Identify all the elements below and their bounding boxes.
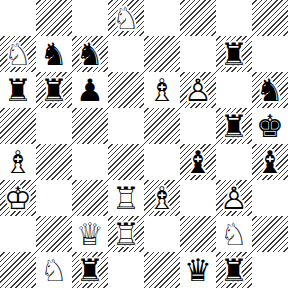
square-a7[interactable]: ♞♘ <box>0 36 36 72</box>
square-f2[interactable] <box>180 216 216 252</box>
square-e7[interactable] <box>144 36 180 72</box>
square-h3[interactable] <box>252 180 288 216</box>
square-e3[interactable]: ♝♗ <box>144 180 180 216</box>
black-queen-f1: ♛ <box>180 252 216 288</box>
black-king-h5: ♚ <box>252 108 288 144</box>
square-a8[interactable] <box>0 0 36 36</box>
white-rook-d2: ♖ <box>108 216 144 252</box>
white-bishop-mask-e3: ♝ <box>144 180 180 216</box>
white-king-a3: ♔ <box>0 180 36 216</box>
black-bishop-mask-f4: ♝ <box>180 144 216 180</box>
black-rook-b6: ♜ <box>36 72 72 108</box>
square-d1[interactable] <box>108 252 144 288</box>
square-a5[interactable] <box>0 108 36 144</box>
square-e5[interactable] <box>144 108 180 144</box>
white-king-mask-a3: ♚ <box>0 180 36 216</box>
square-g1[interactable]: ♜♜ <box>216 252 252 288</box>
square-g7[interactable]: ♜♜ <box>216 36 252 72</box>
white-knight-b1: ♘ <box>36 252 72 288</box>
square-f6[interactable]: ♟♙ <box>180 72 216 108</box>
square-b5[interactable] <box>36 108 72 144</box>
square-f3[interactable] <box>180 180 216 216</box>
white-knight-g2: ♘ <box>216 216 252 252</box>
black-rook-mask-g1: ♜ <box>216 252 252 288</box>
black-knight-mask-h6: ♞ <box>252 72 288 108</box>
square-a3[interactable]: ♚♔ <box>0 180 36 216</box>
square-b1[interactable]: ♞♘ <box>36 252 72 288</box>
square-c6[interactable]: ♟♟ <box>72 72 108 108</box>
square-c3[interactable] <box>72 180 108 216</box>
square-f7[interactable] <box>180 36 216 72</box>
white-knight-mask-a7: ♞ <box>0 36 36 72</box>
square-d7[interactable] <box>108 36 144 72</box>
square-c8[interactable] <box>72 0 108 36</box>
square-e6[interactable]: ♝♗ <box>144 72 180 108</box>
square-g8[interactable] <box>216 0 252 36</box>
white-queen-c2: ♕ <box>72 216 108 252</box>
black-rook-a6: ♜ <box>0 72 36 108</box>
black-knight-mask-c7: ♞ <box>72 36 108 72</box>
square-b7[interactable]: ♞♞ <box>36 36 72 72</box>
white-bishop-a4: ♗ <box>0 144 36 180</box>
square-d6[interactable] <box>108 72 144 108</box>
square-g3[interactable]: ♟♙ <box>216 180 252 216</box>
white-bishop-mask-a4: ♝ <box>0 144 36 180</box>
white-knight-a7: ♘ <box>0 36 36 72</box>
square-h1[interactable] <box>252 252 288 288</box>
square-f5[interactable] <box>180 108 216 144</box>
square-e8[interactable] <box>144 0 180 36</box>
square-g4[interactable] <box>216 144 252 180</box>
black-queen-mask-f1: ♛ <box>180 252 216 288</box>
black-knight-b7: ♞ <box>36 36 72 72</box>
black-rook-mask-b6: ♜ <box>36 72 72 108</box>
black-knight-h6: ♞ <box>252 72 288 108</box>
square-h2[interactable] <box>252 216 288 252</box>
square-h7[interactable] <box>252 36 288 72</box>
black-rook-g1: ♜ <box>216 252 252 288</box>
square-b2[interactable] <box>36 216 72 252</box>
square-c7[interactable]: ♞♞ <box>72 36 108 72</box>
square-a2[interactable] <box>0 216 36 252</box>
square-h4[interactable]: ♝♝ <box>252 144 288 180</box>
black-king-mask-h5: ♚ <box>252 108 288 144</box>
square-d2[interactable]: ♜♖ <box>108 216 144 252</box>
black-rook-mask-a6: ♜ <box>0 72 36 108</box>
white-knight-mask-g2: ♞ <box>216 216 252 252</box>
square-c5[interactable] <box>72 108 108 144</box>
black-rook-mask-c1: ♜ <box>72 252 108 288</box>
square-f8[interactable] <box>180 0 216 36</box>
square-b3[interactable] <box>36 180 72 216</box>
black-rook-c1: ♜ <box>72 252 108 288</box>
black-bishop-f4: ♝ <box>180 144 216 180</box>
square-h8[interactable] <box>252 0 288 36</box>
square-b8[interactable] <box>36 0 72 36</box>
square-d4[interactable] <box>108 144 144 180</box>
white-knight-d8: ♘ <box>108 0 144 36</box>
square-d5[interactable] <box>108 108 144 144</box>
black-bishop-h4: ♝ <box>252 144 288 180</box>
square-a4[interactable]: ♝♗ <box>0 144 36 180</box>
square-e4[interactable] <box>144 144 180 180</box>
square-g6[interactable] <box>216 72 252 108</box>
square-d8[interactable]: ♞♘ <box>108 0 144 36</box>
square-c4[interactable] <box>72 144 108 180</box>
square-e1[interactable] <box>144 252 180 288</box>
square-a6[interactable]: ♜♜ <box>0 72 36 108</box>
white-rook-mask-d2: ♜ <box>108 216 144 252</box>
black-pawn-c6: ♟ <box>72 72 108 108</box>
square-a1[interactable] <box>0 252 36 288</box>
white-rook-mask-d3: ♜ <box>108 180 144 216</box>
square-g2[interactable]: ♞♘ <box>216 216 252 252</box>
square-b4[interactable] <box>36 144 72 180</box>
square-f1[interactable]: ♛♛ <box>180 252 216 288</box>
white-pawn-g3: ♙ <box>216 180 252 216</box>
square-c1[interactable]: ♜♜ <box>72 252 108 288</box>
white-rook-d3: ♖ <box>108 180 144 216</box>
chess-board: ♞♘♞♘♞♞♞♞♜♜♜♜♜♜♟♟♝♗♟♙♞♞♜♜♚♚♝♗♝♝♝♝♚♔♜♖♝♗♟♙… <box>0 0 288 288</box>
white-bishop-mask-e6: ♝ <box>144 72 180 108</box>
black-bishop-mask-h4: ♝ <box>252 144 288 180</box>
white-bishop-e3: ♗ <box>144 180 180 216</box>
black-rook-mask-g7: ♜ <box>216 36 252 72</box>
black-rook-mask-g5: ♜ <box>216 108 252 144</box>
white-bishop-e6: ♗ <box>144 72 180 108</box>
black-rook-g5: ♜ <box>216 108 252 144</box>
white-knight-mask-b1: ♞ <box>36 252 72 288</box>
white-pawn-f6: ♙ <box>180 72 216 108</box>
square-b6[interactable]: ♜♜ <box>36 72 72 108</box>
white-pawn-mask-g3: ♟ <box>216 180 252 216</box>
black-knight-c7: ♞ <box>72 36 108 72</box>
white-queen-mask-c2: ♛ <box>72 216 108 252</box>
white-pawn-mask-f6: ♟ <box>180 72 216 108</box>
square-d3[interactable]: ♜♖ <box>108 180 144 216</box>
black-rook-g7: ♜ <box>216 36 252 72</box>
square-f4[interactable]: ♝♝ <box>180 144 216 180</box>
white-knight-mask-d8: ♞ <box>108 0 144 36</box>
square-h6[interactable]: ♞♞ <box>252 72 288 108</box>
black-knight-mask-b7: ♞ <box>36 36 72 72</box>
square-e2[interactable] <box>144 216 180 252</box>
square-g5[interactable]: ♜♜ <box>216 108 252 144</box>
black-pawn-mask-c6: ♟ <box>72 72 108 108</box>
square-c2[interactable]: ♛♕ <box>72 216 108 252</box>
square-h5[interactable]: ♚♚ <box>252 108 288 144</box>
